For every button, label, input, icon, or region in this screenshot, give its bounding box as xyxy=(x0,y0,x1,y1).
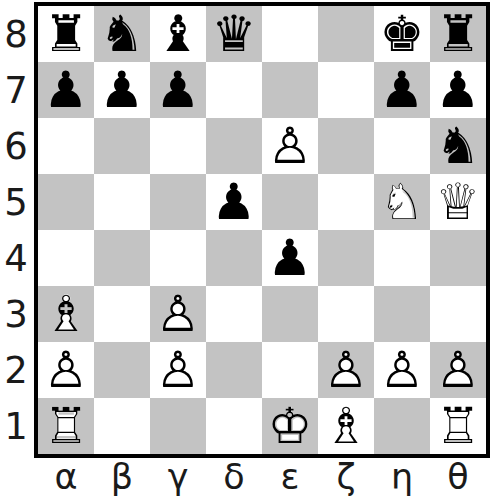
piece-black-pawn[interactable]: ♟ xyxy=(262,230,318,286)
square-e8[interactable] xyxy=(262,6,318,62)
rank-label-3: 3 xyxy=(0,286,32,342)
rank-label-4: 4 xyxy=(0,230,32,286)
square-g3[interactable] xyxy=(374,286,430,342)
square-g1[interactable] xyxy=(374,398,430,454)
piece-black-bishop[interactable]: ♝ xyxy=(150,6,206,62)
file-label-gamma: γ xyxy=(150,454,206,500)
piece-white-bishop[interactable]: ♗ xyxy=(318,398,374,454)
square-c3[interactable]: ♟♙ xyxy=(150,286,206,342)
square-e4[interactable]: ♟ xyxy=(262,230,318,286)
square-g2[interactable]: ♟♙ xyxy=(374,342,430,398)
square-g4[interactable] xyxy=(374,230,430,286)
file-label-zeta: ζ xyxy=(318,454,374,500)
piece-white-bishop[interactable]: ♗ xyxy=(38,286,94,342)
piece-white-king[interactable]: ♔ xyxy=(262,398,318,454)
square-b2[interactable] xyxy=(94,342,150,398)
square-d7[interactable] xyxy=(206,62,262,118)
piece-black-knight[interactable]: ♞ xyxy=(94,6,150,62)
square-e5[interactable] xyxy=(262,174,318,230)
rank-label-6: 6 xyxy=(0,118,32,174)
square-c8[interactable]: ♝ xyxy=(150,6,206,62)
square-f3[interactable] xyxy=(318,286,374,342)
piece-black-pawn[interactable]: ♟ xyxy=(94,62,150,118)
square-b8[interactable]: ♞ xyxy=(94,6,150,62)
square-e1[interactable]: ♚♔ xyxy=(262,398,318,454)
square-h5[interactable]: ♛♕ xyxy=(430,174,486,230)
square-h8[interactable]: ♜ xyxy=(430,6,486,62)
square-d2[interactable] xyxy=(206,342,262,398)
square-c4[interactable] xyxy=(150,230,206,286)
square-b6[interactable] xyxy=(94,118,150,174)
rank-label-1: 1 xyxy=(0,398,32,454)
square-f4[interactable] xyxy=(318,230,374,286)
file-label-alpha: α xyxy=(38,454,94,500)
square-h3[interactable] xyxy=(430,286,486,342)
square-f5[interactable] xyxy=(318,174,374,230)
square-a1[interactable]: ♜♖ xyxy=(38,398,94,454)
square-a4[interactable] xyxy=(38,230,94,286)
square-c5[interactable] xyxy=(150,174,206,230)
square-b5[interactable] xyxy=(94,174,150,230)
square-b1[interactable] xyxy=(94,398,150,454)
piece-white-pawn[interactable]: ♙ xyxy=(150,342,206,398)
file-label-delta: δ xyxy=(206,454,262,500)
square-g7[interactable]: ♟ xyxy=(374,62,430,118)
square-f2[interactable]: ♟♙ xyxy=(318,342,374,398)
square-h1[interactable]: ♜♖ xyxy=(430,398,486,454)
piece-white-pawn[interactable]: ♙ xyxy=(38,342,94,398)
square-h6[interactable]: ♞ xyxy=(430,118,486,174)
square-g5[interactable]: ♞♘ xyxy=(374,174,430,230)
square-b4[interactable] xyxy=(94,230,150,286)
chess-diagram: 87654321 ♜♞♝♛♚♜♟♟♟♟♟♟♙♞♟♞♘♛♕♟♝♗♟♙♟♙♟♙♟♙♟… xyxy=(0,0,499,502)
square-h4[interactable] xyxy=(430,230,486,286)
rank-label-5: 5 xyxy=(0,174,32,230)
piece-black-pawn[interactable]: ♟ xyxy=(206,174,262,230)
square-a8[interactable]: ♜ xyxy=(38,6,94,62)
piece-black-knight[interactable]: ♞ xyxy=(430,118,486,174)
piece-black-pawn[interactable]: ♟ xyxy=(150,62,206,118)
rank-labels: 87654321 xyxy=(0,6,32,454)
piece-black-pawn[interactable]: ♟ xyxy=(430,62,486,118)
square-d8[interactable]: ♛ xyxy=(206,6,262,62)
square-d1[interactable] xyxy=(206,398,262,454)
piece-white-pawn[interactable]: ♙ xyxy=(318,342,374,398)
piece-black-king[interactable]: ♚ xyxy=(374,6,430,62)
square-f7[interactable] xyxy=(318,62,374,118)
square-g6[interactable] xyxy=(374,118,430,174)
file-labels: αβγδεζηθ xyxy=(38,454,486,500)
square-d4[interactable] xyxy=(206,230,262,286)
rank-label-7: 7 xyxy=(0,62,32,118)
square-f8[interactable] xyxy=(318,6,374,62)
square-c2[interactable]: ♟♙ xyxy=(150,342,206,398)
file-label-beta: β xyxy=(94,454,150,500)
square-c7[interactable]: ♟ xyxy=(150,62,206,118)
square-g8[interactable]: ♚ xyxy=(374,6,430,62)
piece-white-rook[interactable]: ♖ xyxy=(430,398,486,454)
piece-white-pawn[interactable]: ♙ xyxy=(150,286,206,342)
square-a5[interactable] xyxy=(38,174,94,230)
square-a3[interactable]: ♝♗ xyxy=(38,286,94,342)
square-a6[interactable] xyxy=(38,118,94,174)
square-b3[interactable] xyxy=(94,286,150,342)
piece-white-queen[interactable]: ♕ xyxy=(430,174,486,230)
square-d6[interactable] xyxy=(206,118,262,174)
file-label-epsilon: ε xyxy=(262,454,318,500)
square-e6[interactable]: ♟♙ xyxy=(262,118,318,174)
piece-black-rook[interactable]: ♜ xyxy=(430,6,486,62)
square-e7[interactable] xyxy=(262,62,318,118)
square-c6[interactable] xyxy=(150,118,206,174)
square-f1[interactable]: ♝♗ xyxy=(318,398,374,454)
square-e2[interactable] xyxy=(262,342,318,398)
square-a2[interactable]: ♟♙ xyxy=(38,342,94,398)
piece-white-pawn[interactable]: ♙ xyxy=(262,118,318,174)
square-d3[interactable] xyxy=(206,286,262,342)
square-a7[interactable]: ♟ xyxy=(38,62,94,118)
file-label-eta: η xyxy=(374,454,430,500)
piece-black-rook[interactable]: ♜ xyxy=(38,6,94,62)
piece-black-queen[interactable]: ♛ xyxy=(206,6,262,62)
square-h7[interactable]: ♟ xyxy=(430,62,486,118)
square-f6[interactable] xyxy=(318,118,374,174)
square-h2[interactable]: ♟♙ xyxy=(430,342,486,398)
square-c1[interactable] xyxy=(150,398,206,454)
rank-label-8: 8 xyxy=(0,6,32,62)
piece-white-pawn[interactable]: ♙ xyxy=(430,342,486,398)
file-label-theta: θ xyxy=(430,454,486,500)
piece-white-knight[interactable]: ♘ xyxy=(374,174,430,230)
piece-white-pawn[interactable]: ♙ xyxy=(374,342,430,398)
rank-label-2: 2 xyxy=(0,342,32,398)
piece-white-rook[interactable]: ♖ xyxy=(38,398,94,454)
piece-black-pawn[interactable]: ♟ xyxy=(38,62,94,118)
square-b7[interactable]: ♟ xyxy=(94,62,150,118)
piece-black-pawn[interactable]: ♟ xyxy=(374,62,430,118)
square-e3[interactable] xyxy=(262,286,318,342)
square-d5[interactable]: ♟ xyxy=(206,174,262,230)
chess-board: ♜♞♝♛♚♜♟♟♟♟♟♟♙♞♟♞♘♛♕♟♝♗♟♙♟♙♟♙♟♙♟♙♟♙♜♖♚♔♝♗… xyxy=(34,2,490,458)
